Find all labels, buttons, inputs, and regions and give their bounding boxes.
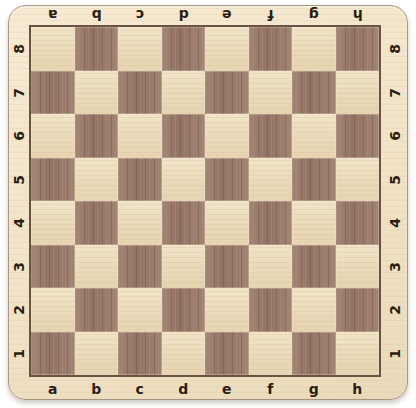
square-a4[interactable]: [31, 201, 75, 245]
square-a6[interactable]: [31, 114, 75, 158]
square-b4[interactable]: [75, 201, 119, 245]
square-a3[interactable]: [31, 245, 75, 289]
square-b2[interactable]: [75, 288, 119, 332]
file-label-bottom-h: h: [336, 377, 380, 401]
file-label-bottom-f: f: [249, 377, 293, 401]
square-h1[interactable]: [336, 332, 380, 376]
square-b1[interactable]: [75, 332, 119, 376]
square-f8[interactable]: [249, 27, 293, 71]
square-e8[interactable]: [205, 27, 249, 71]
file-label-top-b: b: [75, 6, 119, 25]
square-b6[interactable]: [75, 114, 119, 158]
board-grid: [31, 27, 379, 375]
square-b5[interactable]: [75, 158, 119, 202]
page: abcdefgh abcdefgh 87654321 87654321: [0, 0, 416, 408]
board-frame: [29, 25, 381, 377]
square-c3[interactable]: [118, 245, 162, 289]
square-d1[interactable]: [162, 332, 206, 376]
square-g6[interactable]: [292, 114, 336, 158]
square-e7[interactable]: [205, 71, 249, 115]
square-f7[interactable]: [249, 71, 293, 115]
square-f3[interactable]: [249, 245, 293, 289]
square-d7[interactable]: [162, 71, 206, 115]
square-h7[interactable]: [336, 71, 380, 115]
square-g1[interactable]: [292, 332, 336, 376]
file-label-bottom-g: g: [292, 377, 336, 401]
file-labels-bottom: abcdefgh: [31, 377, 379, 401]
square-h4[interactable]: [336, 201, 380, 245]
file-label-top-h: h: [336, 6, 380, 25]
square-d2[interactable]: [162, 288, 206, 332]
square-e4[interactable]: [205, 201, 249, 245]
square-g2[interactable]: [292, 288, 336, 332]
square-h8[interactable]: [336, 27, 380, 71]
rank-labels-right: 87654321: [381, 27, 409, 375]
square-g5[interactable]: [292, 158, 336, 202]
file-label-top-d: d: [162, 6, 206, 25]
square-a8[interactable]: [31, 27, 75, 71]
file-label-bottom-a: a: [31, 377, 75, 401]
square-f5[interactable]: [249, 158, 293, 202]
square-a1[interactable]: [31, 332, 75, 376]
square-d4[interactable]: [162, 201, 206, 245]
square-c7[interactable]: [118, 71, 162, 115]
square-d3[interactable]: [162, 245, 206, 289]
square-f4[interactable]: [249, 201, 293, 245]
square-g7[interactable]: [292, 71, 336, 115]
file-labels-top: abcdefgh: [31, 6, 379, 25]
square-b3[interactable]: [75, 245, 119, 289]
square-h5[interactable]: [336, 158, 380, 202]
square-e6[interactable]: [205, 114, 249, 158]
square-c6[interactable]: [118, 114, 162, 158]
square-d6[interactable]: [162, 114, 206, 158]
square-h2[interactable]: [336, 288, 380, 332]
chess-board: abcdefgh abcdefgh 87654321 87654321: [8, 5, 408, 400]
square-a2[interactable]: [31, 288, 75, 332]
file-label-top-g: g: [292, 6, 336, 25]
rank-labels-left: 87654321: [9, 27, 29, 375]
square-e1[interactable]: [205, 332, 249, 376]
square-d8[interactable]: [162, 27, 206, 71]
square-g4[interactable]: [292, 201, 336, 245]
square-c8[interactable]: [118, 27, 162, 71]
square-a5[interactable]: [31, 158, 75, 202]
square-a7[interactable]: [31, 71, 75, 115]
square-f6[interactable]: [249, 114, 293, 158]
square-e3[interactable]: [205, 245, 249, 289]
file-label-top-a: a: [31, 6, 75, 25]
square-f2[interactable]: [249, 288, 293, 332]
file-label-bottom-e: e: [205, 377, 249, 401]
file-label-top-c: c: [118, 6, 162, 25]
square-e2[interactable]: [205, 288, 249, 332]
square-e5[interactable]: [205, 158, 249, 202]
square-c1[interactable]: [118, 332, 162, 376]
file-label-bottom-c: c: [118, 377, 162, 401]
square-b8[interactable]: [75, 27, 119, 71]
square-h3[interactable]: [336, 245, 380, 289]
square-g3[interactable]: [292, 245, 336, 289]
square-d5[interactable]: [162, 158, 206, 202]
file-label-bottom-d: d: [162, 377, 206, 401]
square-c4[interactable]: [118, 201, 162, 245]
square-b7[interactable]: [75, 71, 119, 115]
square-c2[interactable]: [118, 288, 162, 332]
file-label-top-f: f: [249, 6, 293, 25]
square-g8[interactable]: [292, 27, 336, 71]
square-f1[interactable]: [249, 332, 293, 376]
file-label-top-e: e: [205, 6, 249, 25]
square-h6[interactable]: [336, 114, 380, 158]
square-c5[interactable]: [118, 158, 162, 202]
file-label-bottom-b: b: [75, 377, 119, 401]
